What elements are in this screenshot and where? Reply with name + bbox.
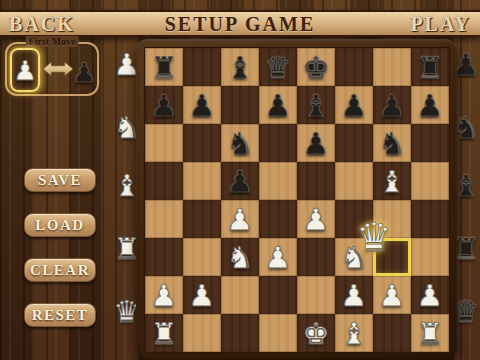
square-f5[interactable] (335, 162, 373, 200)
square-a8[interactable]: ♜ (145, 48, 183, 86)
square-g8[interactable] (373, 48, 411, 86)
black-pawn: ♟ (265, 88, 292, 124)
square-d6[interactable] (259, 124, 297, 162)
square-b5[interactable] (183, 162, 221, 200)
square-a1[interactable]: ♜ (145, 314, 183, 352)
black-bishop: ♝ (227, 50, 254, 86)
white-bishop: ♝ (341, 316, 368, 352)
square-e4[interactable]: ♟ (297, 200, 335, 238)
square-f7[interactable]: ♟ (335, 86, 373, 124)
square-b2[interactable]: ♟ (183, 276, 221, 314)
square-e5[interactable] (297, 162, 335, 200)
square-h8[interactable]: ♜ (411, 48, 449, 86)
black-pawn: ♟ (227, 164, 254, 200)
white-pawn: ♟ (379, 278, 406, 314)
square-a5[interactable] (145, 162, 183, 200)
square-c6[interactable]: ♞ (221, 124, 259, 162)
square-c5[interactable]: ♟ (221, 162, 259, 200)
white-pawn: ♟ (189, 278, 216, 314)
white-pawn: ♟ (151, 278, 178, 314)
first-move-black-option[interactable]: ♟ (69, 48, 99, 92)
square-g7[interactable]: ♟ (373, 86, 411, 124)
page-title: SETUP GAME (0, 12, 480, 36)
square-g2[interactable]: ♟ (373, 276, 411, 314)
square-e2[interactable] (297, 276, 335, 314)
save-button[interactable]: SAVE (24, 168, 96, 192)
square-b4[interactable] (183, 200, 221, 238)
square-e3[interactable] (297, 238, 335, 276)
setup-game-screen: BACK SETUP GAME PLAY First Move ♟ ♟ SAVE… (0, 0, 480, 360)
clear-button[interactable]: CLEAR (24, 258, 96, 282)
title-bar: BACK SETUP GAME PLAY (0, 10, 480, 37)
black-pawn-icon: ♟ (72, 54, 96, 92)
dragged-white-queen[interactable]: ♛ (352, 214, 396, 262)
white-pawn: ♟ (341, 278, 368, 314)
white-pawn-icon: ♟ (13, 52, 37, 90)
square-e1[interactable]: ♚ (297, 314, 335, 352)
square-c2[interactable] (221, 276, 259, 314)
black-queen: ♛ (265, 50, 292, 86)
black-knight: ♞ (227, 126, 254, 162)
black-bishop: ♝ (303, 88, 330, 124)
white-pawn: ♟ (417, 278, 444, 314)
white-knight: ♞ (227, 240, 254, 276)
black-knight: ♞ (379, 126, 406, 162)
square-b8[interactable] (183, 48, 221, 86)
square-c4[interactable]: ♟ (221, 200, 259, 238)
load-button[interactable]: LOAD (24, 213, 96, 237)
white-pawn: ♟ (227, 202, 254, 238)
white-pawn: ♟ (265, 240, 292, 276)
white-bishop: ♝ (379, 164, 406, 200)
square-h4[interactable] (411, 200, 449, 238)
square-b7[interactable]: ♟ (183, 86, 221, 124)
first-move-label: First Move (26, 36, 79, 47)
square-f1[interactable]: ♝ (335, 314, 373, 352)
square-e8[interactable]: ♚ (297, 48, 335, 86)
square-c3[interactable]: ♞ (221, 238, 259, 276)
square-d7[interactable]: ♟ (259, 86, 297, 124)
black-pawn: ♟ (151, 88, 178, 124)
square-h5[interactable] (411, 162, 449, 200)
square-d4[interactable] (259, 200, 297, 238)
square-a7[interactable]: ♟ (145, 86, 183, 124)
square-c7[interactable] (221, 86, 259, 124)
square-a3[interactable] (145, 238, 183, 276)
white-rook: ♜ (151, 316, 178, 352)
square-f6[interactable] (335, 124, 373, 162)
black-king: ♚ (303, 50, 330, 86)
square-h7[interactable]: ♟ (411, 86, 449, 124)
square-b1[interactable] (183, 314, 221, 352)
square-g6[interactable]: ♞ (373, 124, 411, 162)
black-pawn: ♟ (341, 88, 368, 124)
white-king: ♚ (303, 316, 330, 352)
square-a6[interactable] (145, 124, 183, 162)
black-pawn: ♟ (303, 126, 330, 162)
square-e7[interactable]: ♝ (297, 86, 335, 124)
white-rook: ♜ (417, 316, 444, 352)
white-pawn: ♟ (303, 202, 330, 238)
reset-button[interactable]: RESET (24, 303, 96, 327)
square-g5[interactable]: ♝ (373, 162, 411, 200)
square-b3[interactable] (183, 238, 221, 276)
square-h6[interactable] (411, 124, 449, 162)
square-f8[interactable] (335, 48, 373, 86)
square-h3[interactable] (411, 238, 449, 276)
square-e6[interactable]: ♟ (297, 124, 335, 162)
square-b6[interactable] (183, 124, 221, 162)
black-rook: ♜ (151, 50, 178, 86)
black-pawn: ♟ (379, 88, 406, 124)
square-g1[interactable] (373, 314, 411, 352)
first-move-white-option[interactable]: ♟ (10, 48, 40, 92)
square-d3[interactable]: ♟ (259, 238, 297, 276)
square-h2[interactable]: ♟ (411, 276, 449, 314)
square-d1[interactable] (259, 314, 297, 352)
black-rook: ♜ (417, 50, 444, 86)
black-pawn: ♟ (189, 88, 216, 124)
square-a4[interactable] (145, 200, 183, 238)
black-pawn: ♟ (417, 88, 444, 124)
square-c8[interactable]: ♝ (221, 48, 259, 86)
first-move-selector: First Move ♟ ♟ (5, 42, 99, 96)
square-d2[interactable] (259, 276, 297, 314)
square-f2[interactable]: ♟ (335, 276, 373, 314)
square-h1[interactable]: ♜ (411, 314, 449, 352)
square-d5[interactable] (259, 162, 297, 200)
board-frame: ♜♝♛♚♜♟♟♟♝♟♟♟♞♟♞♟♝♟♟♞♟♞♟♟♟♟♟♜♚♝♜ (136, 39, 457, 360)
square-d8[interactable]: ♛ (259, 48, 297, 86)
square-c1[interactable] (221, 314, 259, 352)
chess-board: ♜♝♛♚♜♟♟♟♝♟♟♟♞♟♞♟♝♟♟♞♟♞♟♟♟♟♟♜♚♝♜ (145, 48, 449, 352)
square-a2[interactable]: ♟ (145, 276, 183, 314)
